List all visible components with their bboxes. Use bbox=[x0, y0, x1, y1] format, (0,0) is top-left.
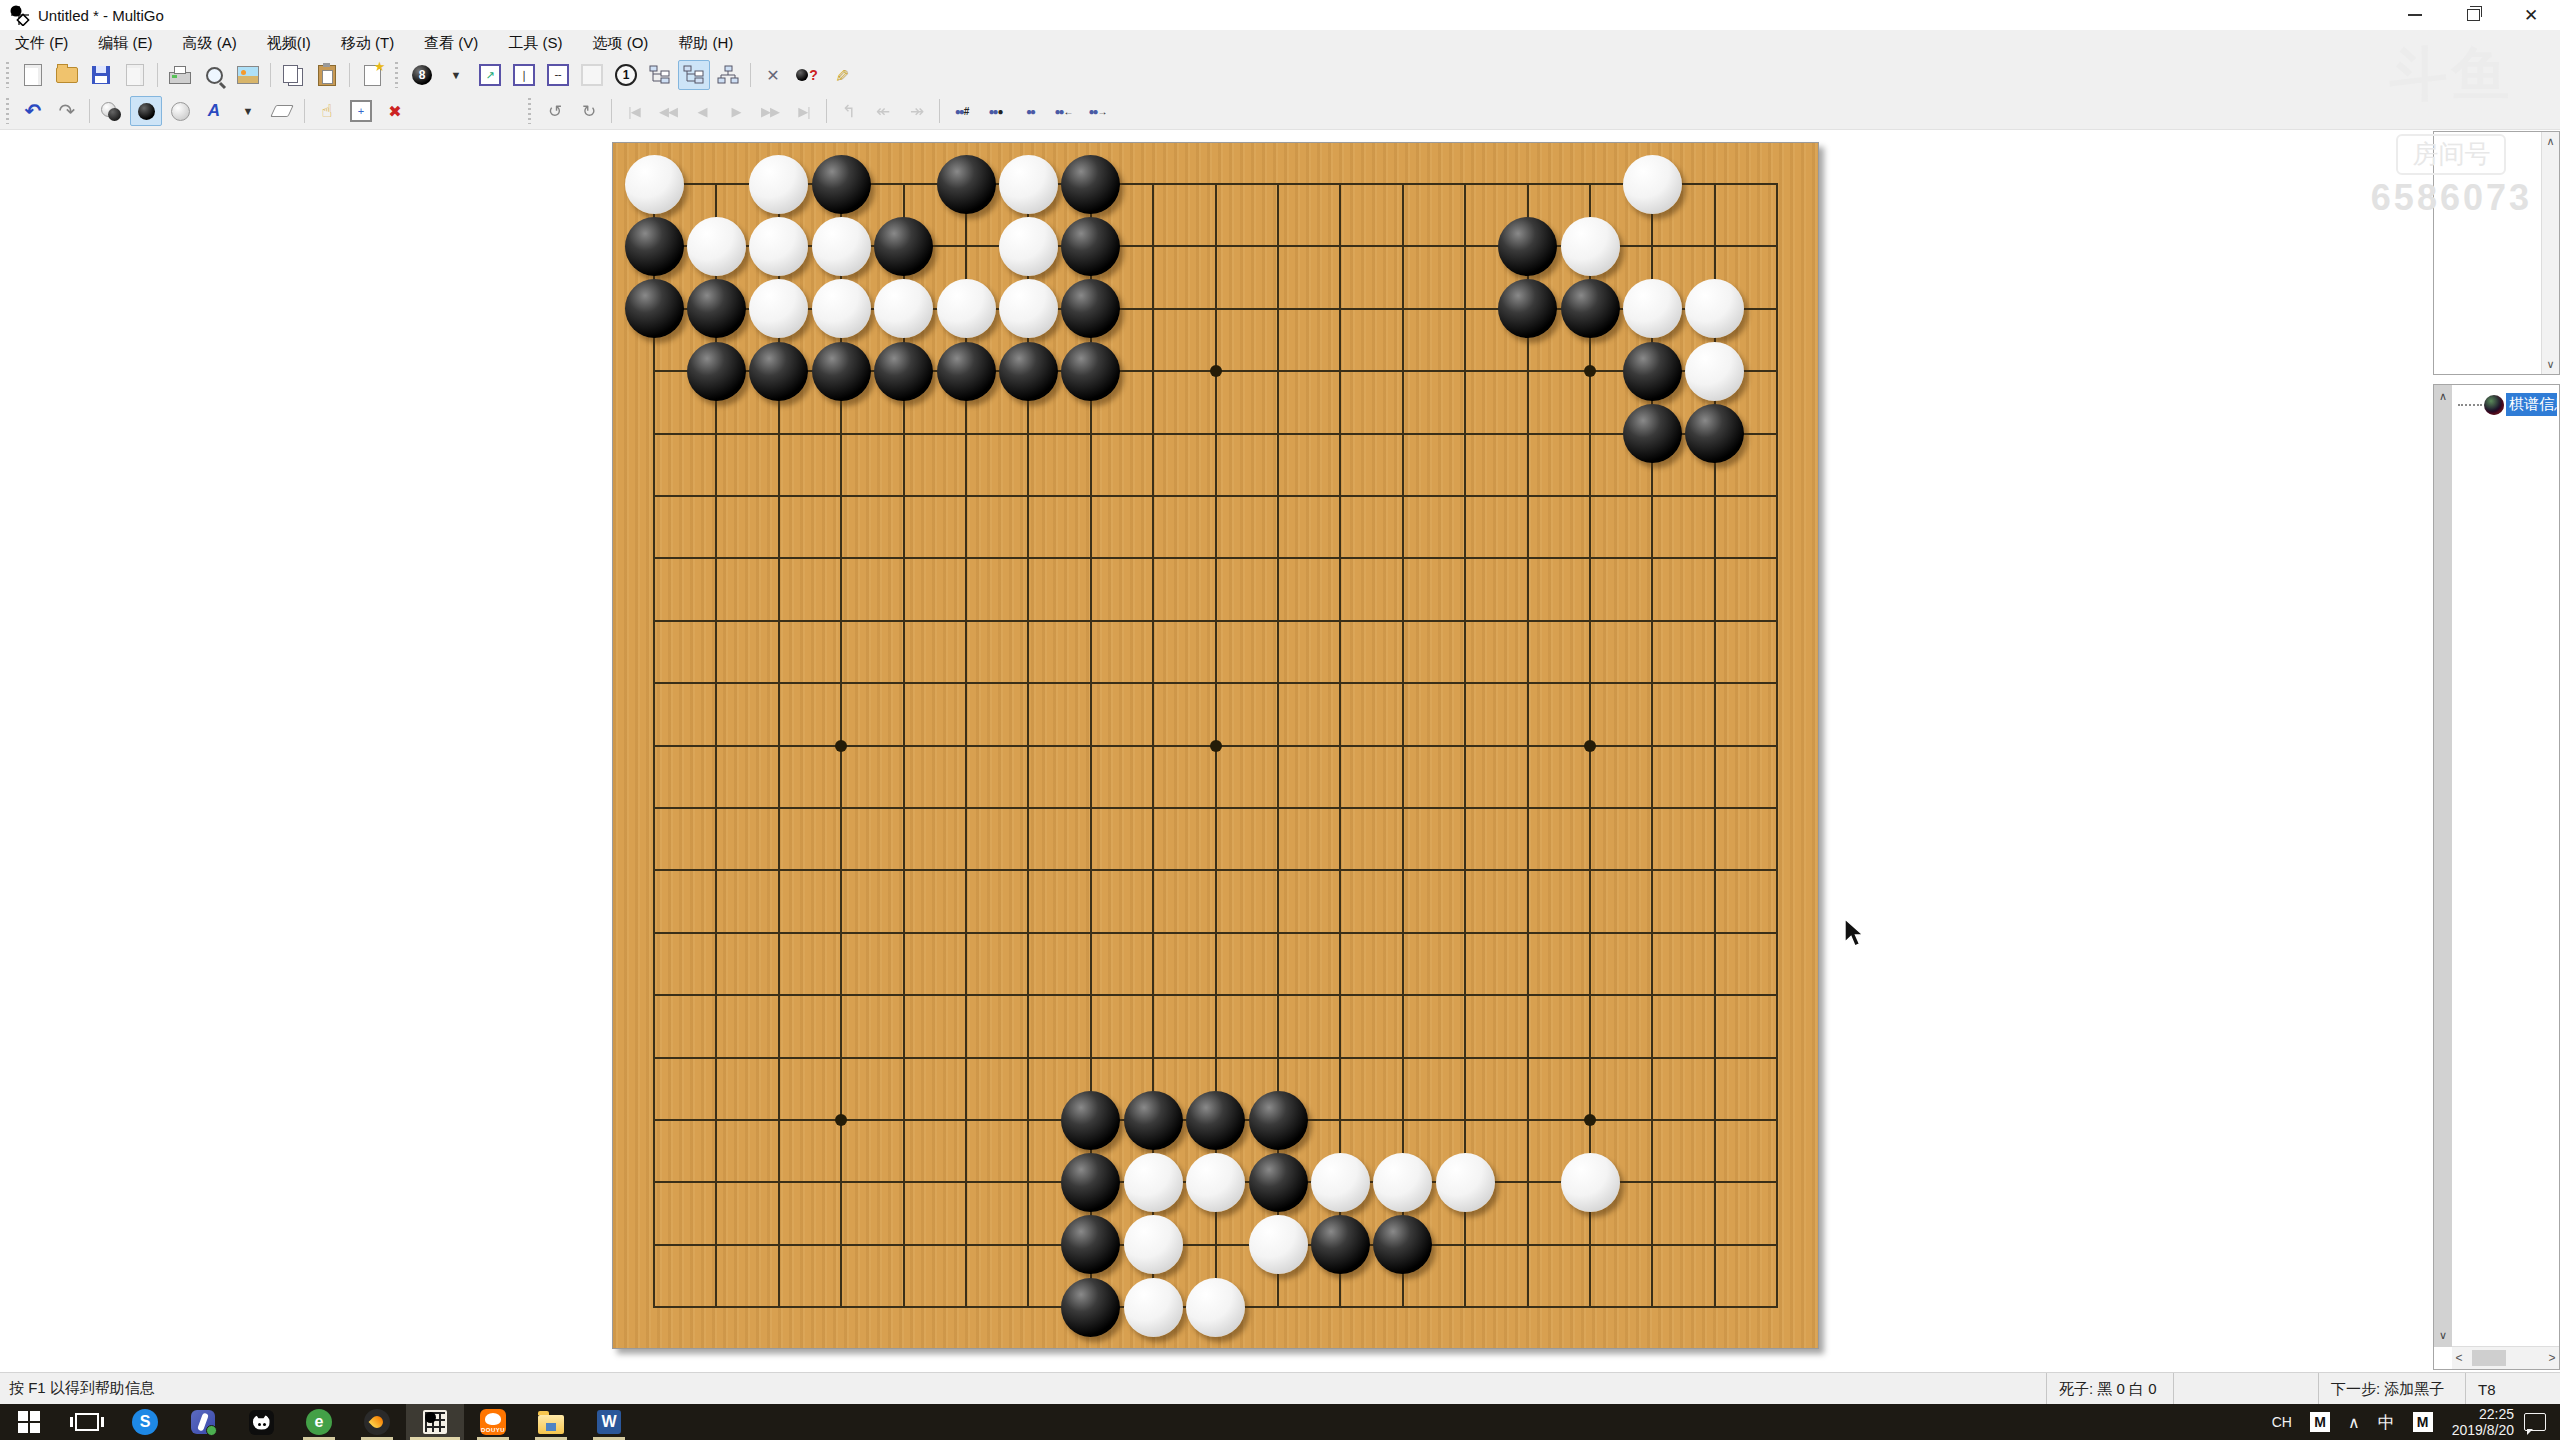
taskbar-start[interactable] bbox=[0, 1404, 58, 1440]
game-info-button[interactable] bbox=[356, 60, 388, 90]
white-stone[interactable] bbox=[1124, 1278, 1183, 1337]
insert-node-icon: + bbox=[350, 100, 372, 122]
guess-mode-icon: ? bbox=[796, 67, 818, 83]
minimize-button[interactable] bbox=[2386, 0, 2444, 30]
eraser-button[interactable] bbox=[266, 96, 298, 126]
separator bbox=[157, 63, 158, 87]
scroll-down-icon[interactable]: ∨ bbox=[2542, 358, 2559, 371]
menu-9[interactable]: 帮助 (H) bbox=[663, 30, 748, 57]
white-stone[interactable] bbox=[1373, 1153, 1432, 1212]
black-stone[interactable] bbox=[1685, 404, 1744, 463]
export-image-button[interactable] bbox=[232, 60, 264, 90]
pass-button[interactable]: ☝ bbox=[311, 96, 343, 126]
sogou-s-icon: S bbox=[132, 1409, 158, 1435]
nav-back-button[interactable]: ◀ bbox=[686, 96, 718, 126]
white-stone[interactable] bbox=[625, 155, 684, 214]
system-tray: CH M ∧ 中 M 22:25 2019/8/20 bbox=[2263, 1404, 2560, 1440]
restore-button[interactable] bbox=[2444, 0, 2502, 30]
find-next-button[interactable]: ●●→ bbox=[1082, 96, 1114, 126]
show-variation-dashed-icon: ╌ bbox=[547, 64, 569, 86]
tree-view-current-button[interactable] bbox=[678, 60, 710, 90]
black-stone[interactable] bbox=[937, 155, 996, 214]
save-as-button[interactable] bbox=[119, 60, 151, 90]
task-view-icon bbox=[75, 1413, 99, 1431]
taskbar: SeDOUYUW CH M ∧ 中 M 22:25 2019/8/20 bbox=[0, 1404, 2560, 1440]
toolbar-grip bbox=[526, 98, 534, 124]
toolbar-grip bbox=[4, 98, 12, 124]
black-stone[interactable] bbox=[1061, 1153, 1120, 1212]
scroll-right-icon[interactable]: > bbox=[2545, 1351, 2559, 1365]
white-stone[interactable] bbox=[999, 217, 1058, 276]
clock-date: 2019/8/20 bbox=[2452, 1422, 2514, 1438]
black-stone[interactable] bbox=[1061, 1215, 1120, 1274]
green-e-browser-icon: e bbox=[306, 1409, 332, 1435]
scroll-left-icon[interactable]: < bbox=[2452, 1351, 2466, 1365]
nav-back-icon: ◀ bbox=[698, 104, 707, 119]
black-stone[interactable] bbox=[999, 342, 1058, 401]
status-help-text: 按 F1 以得到帮助信息 bbox=[9, 1379, 155, 1398]
branch-next-button[interactable]: ↠ bbox=[901, 96, 933, 126]
black-stone[interactable] bbox=[1061, 342, 1120, 401]
add-black-stone-button[interactable] bbox=[130, 96, 162, 126]
ime-icon-2[interactable]: M bbox=[2413, 1412, 2433, 1432]
show-next-move-button[interactable]: ↗ bbox=[474, 60, 506, 90]
black-stone[interactable] bbox=[1061, 1091, 1120, 1150]
taskbar-sogou-s[interactable]: S bbox=[116, 1404, 174, 1440]
status-next-move: 下一步: 添加黑子 bbox=[2318, 1373, 2465, 1405]
find-prev-button[interactable]: ●●← bbox=[1048, 96, 1080, 126]
toolbar-grip bbox=[4, 62, 12, 88]
black-stone[interactable] bbox=[749, 342, 808, 401]
show-next-move-icon: ↗ bbox=[479, 64, 501, 86]
white-stone[interactable] bbox=[1311, 1153, 1370, 1212]
white-stone[interactable] bbox=[999, 279, 1058, 338]
black-stone[interactable] bbox=[1623, 404, 1682, 463]
multigo-icon bbox=[423, 1410, 447, 1434]
copy-button[interactable] bbox=[277, 60, 309, 90]
taskbar-green-e-browser[interactable]: e bbox=[290, 1404, 348, 1440]
scroll-up-icon[interactable]: ∧ bbox=[2542, 135, 2559, 148]
separator bbox=[270, 63, 271, 87]
screen: Untitled * - MultiGo ✕ 文件 (F)编辑 (E)高级 (A… bbox=[0, 0, 2560, 1440]
taskbar-fox-app[interactable] bbox=[232, 1404, 290, 1440]
find-move-number-icon: ●●# bbox=[955, 106, 970, 117]
annotation-icon: A bbox=[208, 101, 220, 121]
menu-1[interactable]: 文件 (F) bbox=[0, 30, 83, 57]
clean-icon: ✎ bbox=[833, 68, 850, 82]
delete-node-icon: ✖ bbox=[388, 102, 401, 121]
status-empty-segment bbox=[2173, 1373, 2318, 1405]
nav-forward-fast-button[interactable]: ▶▶ bbox=[754, 96, 786, 126]
tree-horizontal-scrollbar[interactable]: < > bbox=[2452, 1346, 2559, 1369]
white-stone[interactable] bbox=[1436, 1153, 1495, 1212]
app-icon bbox=[8, 4, 30, 26]
white-stone[interactable] bbox=[812, 217, 871, 276]
annotation-button[interactable]: A bbox=[198, 96, 230, 126]
language-indicator[interactable]: CH bbox=[2272, 1414, 2292, 1430]
tree-view-icon bbox=[649, 65, 671, 85]
separator bbox=[89, 99, 90, 123]
white-stone[interactable] bbox=[1623, 279, 1682, 338]
black-stone[interactable] bbox=[1561, 279, 1620, 338]
hidden-icons-chevron[interactable]: ∧ bbox=[2348, 1413, 2360, 1432]
black-stone[interactable] bbox=[1124, 1091, 1183, 1150]
black-stone[interactable] bbox=[687, 279, 746, 338]
show-variation-dashed-button[interactable]: ╌ bbox=[542, 60, 574, 90]
add-white-stone-button[interactable] bbox=[164, 96, 196, 126]
new-file-icon bbox=[24, 64, 42, 86]
black-stone[interactable] bbox=[1498, 279, 1557, 338]
separator bbox=[826, 99, 827, 123]
scroll-up-icon[interactable]: ∧ bbox=[2434, 390, 2452, 403]
taskbar-task-view[interactable] bbox=[58, 1404, 116, 1440]
tree-layout-button[interactable] bbox=[712, 60, 744, 90]
black-stone[interactable] bbox=[687, 342, 746, 401]
status-bar: 按 F1 以得到帮助信息 死子: 黑 0 白 0 下一步: 添加黑子 T8 bbox=[0, 1372, 2560, 1405]
tree-layout-icon bbox=[717, 65, 739, 85]
number-style-button[interactable]: 1 bbox=[610, 60, 642, 90]
white-stone[interactable] bbox=[749, 155, 808, 214]
scroll-thumb[interactable] bbox=[2472, 1350, 2506, 1366]
separator bbox=[611, 99, 612, 123]
open-file-button[interactable] bbox=[51, 60, 83, 90]
notification-center-icon[interactable] bbox=[2524, 1413, 2546, 1431]
undo-button[interactable]: ↶ bbox=[17, 96, 49, 126]
show-variation-bar-button[interactable]: ❘ bbox=[508, 60, 540, 90]
branch-up-icon: ↰ bbox=[842, 103, 856, 120]
menu-bar: 文件 (F)编辑 (E)高级 (A)视频(I)移动 (T)查看 (V)工具 (S… bbox=[0, 30, 2560, 57]
eraser-icon bbox=[270, 105, 294, 117]
separator bbox=[304, 99, 305, 123]
nav-first-icon: |◀ bbox=[628, 104, 639, 119]
douyu-icon: DOUYU bbox=[480, 1409, 506, 1435]
nav-last-button[interactable]: ▶| bbox=[788, 96, 820, 126]
add-black-stone-icon bbox=[138, 103, 155, 120]
menu-4[interactable]: 视频(I) bbox=[252, 30, 326, 57]
menu-7[interactable]: 工具 (S) bbox=[493, 30, 577, 57]
branch-up-button[interactable]: ↰ bbox=[833, 96, 865, 126]
nav-forward-icon: ▶ bbox=[732, 104, 741, 119]
black-stone[interactable] bbox=[1623, 342, 1682, 401]
status-captures: 死子: 黑 0 白 0 bbox=[2046, 1373, 2173, 1405]
taskbar-file-explorer[interactable] bbox=[522, 1404, 580, 1440]
board-stones bbox=[623, 153, 1808, 1338]
black-stone[interactable] bbox=[874, 217, 933, 276]
tree-root-label[interactable]: 棋谱信息 bbox=[2506, 393, 2557, 416]
black-stone[interactable] bbox=[1061, 279, 1120, 338]
black-stone[interactable] bbox=[625, 217, 684, 276]
play-mode-button[interactable] bbox=[96, 96, 128, 126]
undo-icon: ↶ bbox=[25, 101, 42, 121]
status-tool: T8 bbox=[2465, 1373, 2560, 1405]
close-button[interactable]: ✕ bbox=[2502, 0, 2560, 30]
black-stone[interactable] bbox=[1249, 1091, 1308, 1150]
black-stone[interactable] bbox=[874, 342, 933, 401]
add-white-stone-icon bbox=[171, 102, 190, 121]
white-stone[interactable] bbox=[1249, 1215, 1308, 1274]
move-numbers-icon: 8 bbox=[412, 65, 432, 85]
annotation-dropdown-icon: ▼ bbox=[243, 105, 254, 117]
white-stone[interactable] bbox=[1561, 1153, 1620, 1212]
ime-icon[interactable]: M bbox=[2310, 1412, 2330, 1432]
black-stone[interactable] bbox=[1311, 1215, 1370, 1274]
paste-button[interactable] bbox=[311, 60, 343, 90]
copy-icon bbox=[283, 65, 298, 83]
black-stone[interactable] bbox=[625, 279, 684, 338]
white-stone[interactable] bbox=[1186, 1153, 1245, 1212]
flame-app-icon bbox=[364, 1409, 390, 1435]
separator bbox=[939, 99, 940, 123]
tree-connector bbox=[2458, 404, 2482, 406]
game-tree-panel[interactable]: ∧ ∨ 棋谱信息 < > bbox=[2433, 384, 2560, 1370]
find-button[interactable]: ●● bbox=[1014, 96, 1046, 126]
guess-mode-button[interactable]: ? bbox=[791, 60, 823, 90]
clock-time: 22:25 bbox=[2452, 1406, 2514, 1422]
white-stone[interactable] bbox=[1124, 1153, 1183, 1212]
black-stone[interactable] bbox=[1186, 1091, 1245, 1150]
white-stone[interactable] bbox=[874, 279, 933, 338]
insert-node-button[interactable]: + bbox=[345, 96, 377, 126]
menu-6[interactable]: 查看 (V) bbox=[409, 30, 493, 57]
show-blank-icon bbox=[581, 64, 603, 86]
black-stone[interactable] bbox=[937, 342, 996, 401]
black-stone[interactable] bbox=[1373, 1215, 1432, 1274]
start-icon bbox=[18, 1411, 40, 1433]
save-as-icon bbox=[126, 64, 144, 86]
print-icon bbox=[169, 72, 191, 84]
ime-mode-indicator[interactable]: 中 bbox=[2378, 1411, 2395, 1434]
comment-panel[interactable]: ∧ ∨ bbox=[2433, 131, 2560, 375]
annotation-dropdown-button[interactable]: ▼ bbox=[232, 96, 264, 126]
branch-prev-button[interactable]: ↞ bbox=[867, 96, 899, 126]
go-board[interactable] bbox=[612, 142, 1819, 1349]
print-preview-icon bbox=[206, 67, 223, 84]
rotate-cw-icon: ↻ bbox=[582, 103, 596, 120]
tree-node-stone-icon bbox=[2484, 395, 2504, 415]
mouse-cursor bbox=[1842, 918, 1868, 948]
taskbar-multigo[interactable] bbox=[406, 1404, 464, 1440]
game-info-icon bbox=[364, 65, 381, 86]
branch-prev-icon: ↞ bbox=[876, 103, 890, 120]
file-explorer-icon bbox=[538, 1415, 564, 1434]
nav-first-button[interactable]: |◀ bbox=[618, 96, 650, 126]
redo-button[interactable]: ↷ bbox=[51, 96, 83, 126]
white-stone[interactable] bbox=[999, 155, 1058, 214]
menu-8[interactable]: 选项 (O) bbox=[578, 30, 664, 57]
branch-next-icon: ↠ bbox=[910, 103, 924, 120]
tree-root-node[interactable]: 棋谱信息 bbox=[2458, 393, 2557, 416]
show-variation-bar-icon: ❘ bbox=[513, 64, 535, 86]
black-stone[interactable] bbox=[1061, 217, 1120, 276]
rotate-ccw-icon: ↺ bbox=[548, 103, 562, 120]
tree-view-current-icon bbox=[683, 65, 705, 85]
play-mode-icon bbox=[101, 101, 123, 121]
window-title: Untitled * - MultiGo bbox=[38, 7, 164, 24]
word-icon: W bbox=[597, 1410, 621, 1434]
white-stone[interactable] bbox=[749, 279, 808, 338]
taskbar-douyu[interactable]: DOUYU bbox=[464, 1404, 522, 1440]
save-file-button[interactable] bbox=[85, 60, 117, 90]
taskbar-flame-app[interactable] bbox=[348, 1404, 406, 1440]
delete-node-button[interactable]: ✖ bbox=[379, 96, 411, 126]
paste-icon bbox=[318, 65, 336, 86]
nav-forward-fast-icon: ▶▶ bbox=[761, 104, 779, 119]
find-next-icon: ●●→ bbox=[1088, 106, 1107, 117]
comment-panel-scrollbar[interactable]: ∧ ∨ bbox=[2541, 132, 2559, 374]
taskbar-shield-app[interactable] bbox=[174, 1404, 232, 1440]
clean-button[interactable]: ✎ bbox=[825, 60, 857, 90]
menu-2[interactable]: 编辑 (E) bbox=[83, 30, 167, 57]
clock[interactable]: 22:25 2019/8/20 bbox=[2452, 1406, 2514, 1438]
rotate-cw-button[interactable]: ↻ bbox=[573, 96, 605, 126]
open-file-icon bbox=[56, 67, 78, 83]
redo-icon: ↷ bbox=[59, 101, 76, 121]
move-numbers-dropdown-icon: ▼ bbox=[451, 69, 462, 81]
export-image-icon bbox=[237, 66, 259, 84]
white-stone[interactable] bbox=[937, 279, 996, 338]
white-stone[interactable] bbox=[1685, 342, 1744, 401]
nav-last-icon: ▶| bbox=[798, 104, 809, 119]
new-file-button[interactable] bbox=[17, 60, 49, 90]
taskbar-word[interactable]: W bbox=[580, 1404, 638, 1440]
pass-icon: ☝ bbox=[322, 102, 333, 120]
move-numbers-dropdown-button[interactable]: ▼ bbox=[440, 60, 472, 90]
number-style-icon: 1 bbox=[615, 64, 637, 86]
print-preview-button[interactable] bbox=[198, 60, 230, 90]
separator bbox=[750, 63, 751, 87]
menu-3[interactable]: 高级 (A) bbox=[168, 30, 252, 57]
separator bbox=[349, 63, 350, 87]
shield-app-icon bbox=[191, 1410, 215, 1434]
show-blank-button[interactable] bbox=[576, 60, 608, 90]
find-point-button[interactable]: ●●● bbox=[980, 96, 1012, 126]
tree-view-button[interactable] bbox=[644, 60, 676, 90]
find-move-number-button[interactable]: ●●# bbox=[946, 96, 978, 126]
print-button[interactable] bbox=[164, 60, 196, 90]
white-stone[interactable] bbox=[749, 217, 808, 276]
black-stone[interactable] bbox=[1061, 1278, 1120, 1337]
tools-button[interactable]: ✕ bbox=[757, 60, 789, 90]
menu-5[interactable]: 移动 (T) bbox=[326, 30, 409, 57]
nav-back-fast-icon: ◀◀ bbox=[659, 104, 677, 119]
toolbar-edit: ↶↷A▼☝+✖↺↻|◀◀◀◀▶▶▶▶|↰↞↠●●#●●●●●●●←●●→ bbox=[0, 93, 2560, 130]
black-stone[interactable] bbox=[812, 155, 871, 214]
black-stone[interactable] bbox=[1498, 217, 1557, 276]
black-stone[interactable] bbox=[1249, 1153, 1308, 1212]
toolbar-grip bbox=[393, 62, 401, 88]
tools-icon: ✕ bbox=[766, 66, 779, 85]
scroll-down-icon[interactable]: ∨ bbox=[2434, 1329, 2452, 1342]
tree-vertical-scrollbar[interactable]: ∧ ∨ bbox=[2434, 385, 2452, 1347]
white-stone[interactable] bbox=[687, 217, 746, 276]
nav-back-fast-button[interactable]: ◀◀ bbox=[652, 96, 684, 126]
black-stone[interactable] bbox=[1061, 155, 1120, 214]
toolbar-main: 8▼↗❘╌1✕?✎ bbox=[0, 57, 2560, 93]
white-stone[interactable] bbox=[1124, 1215, 1183, 1274]
taskbar-apps: SeDOUYUW bbox=[0, 1404, 638, 1440]
white-stone[interactable] bbox=[1685, 279, 1744, 338]
rotate-ccw-button[interactable]: ↺ bbox=[539, 96, 571, 126]
find-point-icon: ●●● bbox=[988, 106, 1003, 117]
white-stone[interactable] bbox=[1561, 217, 1620, 276]
black-stone[interactable] bbox=[812, 342, 871, 401]
find-icon: ●● bbox=[1026, 106, 1034, 117]
fox-app-icon bbox=[249, 1410, 274, 1435]
save-file-icon bbox=[92, 66, 110, 84]
title-bar: Untitled * - MultiGo ✕ bbox=[0, 0, 2560, 30]
move-numbers-button[interactable]: 8 bbox=[406, 60, 438, 90]
white-stone[interactable] bbox=[1186, 1278, 1245, 1337]
white-stone[interactable] bbox=[1623, 155, 1682, 214]
white-stone[interactable] bbox=[812, 279, 871, 338]
nav-forward-button[interactable]: ▶ bbox=[720, 96, 752, 126]
find-prev-icon: ●●← bbox=[1054, 106, 1073, 117]
